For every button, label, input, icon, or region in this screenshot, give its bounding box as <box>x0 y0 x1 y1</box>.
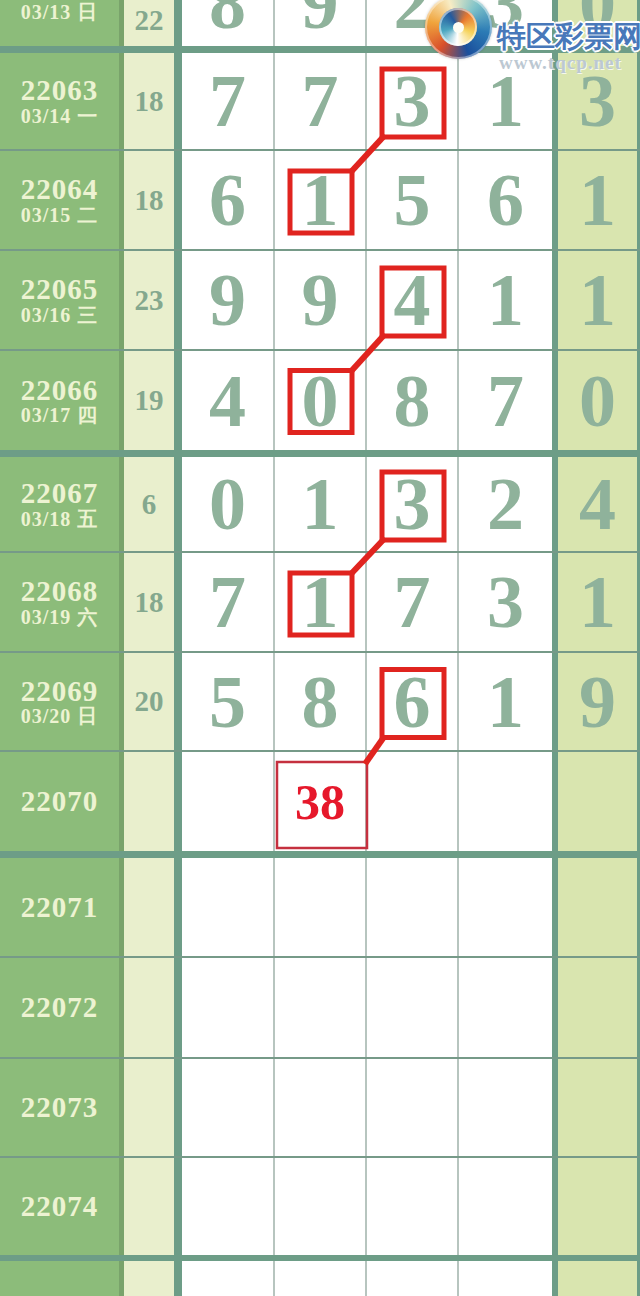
digit-cell: 3 <box>367 457 459 551</box>
frame-band <box>174 351 182 450</box>
tail-digit: 1 <box>579 163 616 237</box>
period-number: 22073 <box>21 1092 99 1122</box>
digit-value: 0 <box>209 467 246 541</box>
digit-cell <box>182 958 275 1057</box>
digit-value: 7 <box>302 64 339 138</box>
period-cell: 22074 <box>0 1158 119 1255</box>
period-cell: 2206703/18 五 <box>0 457 119 551</box>
sum-cell <box>124 752 174 851</box>
digit-cell: 1 <box>459 653 552 750</box>
digit-value: 5 <box>394 163 431 237</box>
tail-cell: 9 <box>558 653 637 750</box>
digit-cell <box>275 858 367 956</box>
period-cell: 2206603/17 四 <box>0 351 119 450</box>
digit-value: 6 <box>394 665 431 739</box>
row-22073: 22073 <box>0 1059 640 1158</box>
draw-date: 03/20 日 <box>21 706 99 727</box>
digit-cell: 7 <box>182 553 275 651</box>
tail-digit: 3 <box>579 64 616 138</box>
sum-value: 22 <box>135 4 164 37</box>
digit-cell <box>182 1261 275 1296</box>
tail-digit: 1 <box>579 263 616 337</box>
digit-cell: 4 <box>367 251 459 349</box>
digit-cell <box>182 1059 275 1156</box>
tail-cell: 0 <box>558 351 637 450</box>
digit-value: 9 <box>209 263 246 337</box>
digit-cell: 2 <box>367 0 459 46</box>
period-cell <box>0 1261 119 1296</box>
period-cell: 03/13 日 <box>0 0 119 46</box>
digit-cell: 5 <box>182 653 275 750</box>
digit-cell: 9 <box>275 251 367 349</box>
period-number: 22071 <box>21 892 99 922</box>
digit-cell <box>459 1261 552 1296</box>
period-cell: 22071 <box>0 858 119 956</box>
digit-cell: 0 <box>182 457 275 551</box>
digit-cell <box>367 858 459 956</box>
digit-cell: 1 <box>275 457 367 551</box>
digit-cell: 1 <box>459 53 552 149</box>
prediction-number: 38 <box>295 777 345 827</box>
sum-cell: 18 <box>124 53 174 149</box>
frame-band <box>174 251 182 349</box>
digit-cell <box>275 1158 367 1255</box>
digit-cell: 3 <box>367 53 459 149</box>
frame-band <box>174 752 182 851</box>
tail-digit: 0 <box>579 0 616 40</box>
tail-cell <box>558 752 637 851</box>
digit-cell: 1 <box>275 553 367 651</box>
frame-band <box>174 858 182 956</box>
digit-cell <box>275 1261 367 1296</box>
frame-band <box>174 653 182 750</box>
digit-value: 8 <box>209 0 246 40</box>
digit-cell <box>182 858 275 956</box>
digit-value: 1 <box>302 467 339 541</box>
period-number: 22067 <box>21 478 99 508</box>
digit-cell: 1 <box>275 151 367 249</box>
digit-value: 4 <box>394 263 431 337</box>
digit-value: 9 <box>302 263 339 337</box>
digit-value: 1 <box>302 565 339 639</box>
frame-band <box>174 151 182 249</box>
digit-cell: 6 <box>367 653 459 750</box>
frame-band <box>174 1158 182 1255</box>
frame-band <box>174 0 182 46</box>
digit-cell <box>275 958 367 1057</box>
tail-cell: 3 <box>558 53 637 149</box>
digit-cell <box>275 1059 367 1156</box>
digit-value: 2 <box>394 0 431 40</box>
digit-value: 7 <box>394 565 431 639</box>
digit-cell: 0 <box>275 351 367 450</box>
draw-date: 03/19 六 <box>21 607 99 628</box>
draw-date: 03/17 四 <box>21 405 99 426</box>
digit-value: 7 <box>209 64 246 138</box>
period-cell: 22070 <box>0 752 119 851</box>
period-cell: 2206303/14 一 <box>0 53 119 149</box>
period-number: 22068 <box>21 576 99 606</box>
digit-cell: 9 <box>182 251 275 349</box>
tail-digit: 9 <box>579 665 616 739</box>
tail-digit: 1 <box>579 565 616 639</box>
sum-cell: 19 <box>124 351 174 450</box>
digit-cell: 8 <box>367 351 459 450</box>
tail-cell: 0 <box>558 0 637 46</box>
digit-value: 1 <box>487 665 524 739</box>
digit-value: 3 <box>487 565 524 639</box>
digit-value: 0 <box>302 364 339 438</box>
tail-cell <box>558 1059 637 1156</box>
draw-date: 03/15 二 <box>21 205 99 226</box>
frame-band <box>174 553 182 651</box>
sum-cell: 23 <box>124 251 174 349</box>
digit-value: 8 <box>394 364 431 438</box>
digit-cell: 2 <box>459 457 552 551</box>
row-22068: 2206803/19 六1871731 <box>0 553 640 653</box>
digit-value: 5 <box>209 665 246 739</box>
period-number: 22069 <box>21 676 99 706</box>
digit-value: 4 <box>209 364 246 438</box>
digit-value: 1 <box>302 163 339 237</box>
frame-band <box>174 53 182 149</box>
sum-value: 18 <box>135 85 164 118</box>
chart-rows: 03/13 日22892302206303/14 一18773132206403… <box>0 0 640 1296</box>
digit-value: 6 <box>209 163 246 237</box>
period-number: 22066 <box>21 375 99 405</box>
frame-band <box>174 457 182 551</box>
digit-value: 1 <box>487 64 524 138</box>
sum-cell: 18 <box>124 553 174 651</box>
sum-cell <box>124 1158 174 1255</box>
sum-value: 18 <box>135 586 164 619</box>
sum-cell: 20 <box>124 653 174 750</box>
digit-cell <box>459 1059 552 1156</box>
tail-cell: 1 <box>558 151 637 249</box>
row-22065: 2206503/16 三2399411 <box>0 251 640 351</box>
digit-cell: 7 <box>275 53 367 149</box>
period-cell: 2206903/20 日 <box>0 653 119 750</box>
period-number: 22064 <box>21 174 99 204</box>
row-22072: 22072 <box>0 958 640 1059</box>
row-22067: 2206703/18 五601324 <box>0 457 640 553</box>
digit-cell: 4 <box>182 351 275 450</box>
digit-cell <box>459 958 552 1057</box>
digit-cell: 1 <box>459 251 552 349</box>
tail-cell: 1 <box>558 251 637 349</box>
sum-cell: 6 <box>124 457 174 551</box>
sum-cell <box>124 1261 174 1296</box>
digit-cell <box>367 752 459 851</box>
digit-cell: 3 <box>459 0 552 46</box>
digit-cell <box>367 1059 459 1156</box>
digit-cell: 8 <box>182 0 275 46</box>
period-number: 22065 <box>21 274 99 304</box>
period-cell: 22073 <box>0 1059 119 1156</box>
sum-value: 20 <box>135 685 164 718</box>
period-number: 22063 <box>21 75 99 105</box>
period-cell: 2206503/16 三 <box>0 251 119 349</box>
digit-value: 3 <box>487 0 524 40</box>
row-partial-bottom <box>0 1261 640 1296</box>
digit-value: 7 <box>209 565 246 639</box>
sum-value: 18 <box>135 184 164 217</box>
draw-date: 03/18 五 <box>21 509 99 530</box>
row-22066: 2206603/17 四1940870 <box>0 351 640 450</box>
tail-digit: 4 <box>579 467 616 541</box>
frame-band <box>174 1059 182 1156</box>
sum-cell <box>124 1059 174 1156</box>
tail-cell <box>558 858 637 956</box>
lottery-trend-chart: 03/13 日22892302206303/14 一18773132206403… <box>0 0 640 1296</box>
digit-cell: 6 <box>182 151 275 249</box>
row-22070: 2207038 <box>0 752 640 851</box>
sum-value: 6 <box>142 488 157 521</box>
row-22063: 2206303/14 一1877313 <box>0 53 640 151</box>
draw-date: 03/16 三 <box>21 305 99 326</box>
digit-cell: 3 <box>459 553 552 651</box>
digit-value: 1 <box>487 263 524 337</box>
draw-date: 03/13 日 <box>21 2 99 23</box>
row-partial-top: 03/13 日2289230 <box>0 0 640 46</box>
sum-cell: 18 <box>124 151 174 249</box>
digit-value: 9 <box>302 0 339 40</box>
period-cell: 2206403/15 二 <box>0 151 119 249</box>
period-cell: 2206803/19 六 <box>0 553 119 651</box>
digit-value: 3 <box>394 467 431 541</box>
digit-cell <box>182 1158 275 1255</box>
digit-value: 8 <box>302 665 339 739</box>
digit-cell: 6 <box>459 151 552 249</box>
digit-cell <box>182 752 275 851</box>
row-22071: 22071 <box>0 858 640 958</box>
period-cell: 22072 <box>0 958 119 1057</box>
row-22064: 2206403/15 二1861561 <box>0 151 640 251</box>
tail-cell <box>558 1158 637 1255</box>
sum-value: 19 <box>135 384 164 417</box>
tail-cell: 1 <box>558 553 637 651</box>
sum-cell <box>124 958 174 1057</box>
group-divider <box>0 46 640 53</box>
tail-digit: 0 <box>579 364 616 438</box>
tail-cell <box>558 958 637 1057</box>
group-divider <box>0 851 640 858</box>
digit-value: 3 <box>394 64 431 138</box>
digit-cell: 7 <box>459 351 552 450</box>
digit-value: 7 <box>487 364 524 438</box>
sum-cell: 22 <box>124 0 174 46</box>
tail-cell <box>558 1261 637 1296</box>
digit-cell <box>459 1158 552 1255</box>
period-number: 22072 <box>21 992 99 1022</box>
sum-cell <box>124 858 174 956</box>
digit-cell: 5 <box>367 151 459 249</box>
digit-cell <box>367 1158 459 1255</box>
digit-cell: 9 <box>275 0 367 46</box>
digit-cell: 7 <box>367 553 459 651</box>
digit-value: 2 <box>487 467 524 541</box>
digit-cell: 38 <box>275 752 367 851</box>
frame-band <box>174 1261 182 1296</box>
digit-cell <box>367 958 459 1057</box>
row-22069: 2206903/20 日2058619 <box>0 653 640 752</box>
frame-band <box>174 958 182 1057</box>
digit-cell <box>459 752 552 851</box>
digit-value: 6 <box>487 163 524 237</box>
digit-cell: 8 <box>275 653 367 750</box>
digit-cell <box>367 1261 459 1296</box>
digit-cell <box>459 858 552 956</box>
sum-value: 23 <box>135 284 164 317</box>
digit-cell: 7 <box>182 53 275 149</box>
period-number: 22074 <box>21 1191 99 1221</box>
group-divider <box>0 450 640 457</box>
tail-cell: 4 <box>558 457 637 551</box>
row-22074: 22074 <box>0 1158 640 1255</box>
draw-date: 03/14 一 <box>21 106 99 127</box>
period-number: 22070 <box>21 786 99 816</box>
